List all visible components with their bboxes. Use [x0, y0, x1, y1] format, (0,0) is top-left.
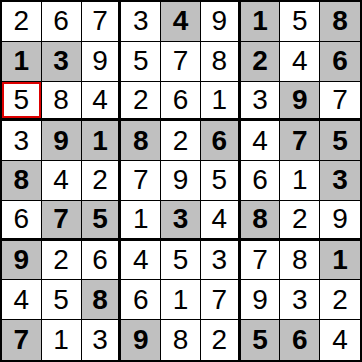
cell-r7c8[interactable]: 8: [280, 241, 320, 281]
cell-r1c8[interactable]: 5: [280, 2, 320, 42]
cell-r3c8[interactable]: 9: [280, 82, 320, 122]
cell-r6c9[interactable]: 9: [320, 201, 360, 241]
cell-r6c5[interactable]: 3: [161, 201, 201, 241]
cell-r9c6[interactable]: 2: [201, 320, 241, 360]
cell-r4c2[interactable]: 9: [42, 121, 82, 161]
cell-r2c4[interactable]: 5: [121, 42, 161, 82]
cell-r8c3[interactable]: 8: [82, 280, 122, 320]
cell-r7c9[interactable]: 1: [320, 241, 360, 281]
cell-r9c1[interactable]: 7: [2, 320, 42, 360]
cell-r9c5[interactable]: 8: [161, 320, 201, 360]
cell-r9c7[interactable]: 5: [241, 320, 281, 360]
cell-r7c5[interactable]: 5: [161, 241, 201, 281]
cell-r5c3[interactable]: 2: [82, 161, 122, 201]
cell-r5c9[interactable]: 3: [320, 161, 360, 201]
cell-r2c7[interactable]: 2: [241, 42, 281, 82]
cell-r5c6[interactable]: 5: [201, 161, 241, 201]
cell-r1c7[interactable]: 1: [241, 2, 281, 42]
cell-r4c8[interactable]: 7: [280, 121, 320, 161]
cell-r8c2[interactable]: 5: [42, 280, 82, 320]
cell-r5c1[interactable]: 8: [2, 161, 42, 201]
cell-r2c6[interactable]: 8: [201, 42, 241, 82]
cell-r4c4[interactable]: 8: [121, 121, 161, 161]
sudoku-app: 2673491581395782465842613973918264758427…: [0, 0, 362, 362]
cell-r5c4[interactable]: 7: [121, 161, 161, 201]
cell-r3c3[interactable]: 4: [82, 82, 122, 122]
cell-r9c4[interactable]: 9: [121, 320, 161, 360]
cell-r1c5[interactable]: 4: [161, 2, 201, 42]
cell-r1c9[interactable]: 8: [320, 2, 360, 42]
cell-r9c2[interactable]: 1: [42, 320, 82, 360]
cell-r3c5[interactable]: 6: [161, 82, 201, 122]
cell-r1c2[interactable]: 6: [42, 2, 82, 42]
cell-r2c3[interactable]: 9: [82, 42, 122, 82]
cell-r1c6[interactable]: 9: [201, 2, 241, 42]
cell-r7c1[interactable]: 9: [2, 241, 42, 281]
cell-r6c4[interactable]: 1: [121, 201, 161, 241]
cell-r3c9[interactable]: 7: [320, 82, 360, 122]
cell-r5c2[interactable]: 4: [42, 161, 82, 201]
cell-r4c5[interactable]: 2: [161, 121, 201, 161]
cell-r4c7[interactable]: 4: [241, 121, 281, 161]
cell-r9c9[interactable]: 4: [320, 320, 360, 360]
cell-r9c3[interactable]: 3: [82, 320, 122, 360]
cell-r8c9[interactable]: 2: [320, 280, 360, 320]
cell-r8c5[interactable]: 1: [161, 280, 201, 320]
cell-r5c8[interactable]: 1: [280, 161, 320, 201]
cell-r2c5[interactable]: 7: [161, 42, 201, 82]
cell-r9c8[interactable]: 6: [280, 320, 320, 360]
cell-r4c1[interactable]: 3: [2, 121, 42, 161]
cell-r3c7[interactable]: 3: [241, 82, 281, 122]
cell-r7c7[interactable]: 7: [241, 241, 281, 281]
cell-r6c2[interactable]: 7: [42, 201, 82, 241]
cell-r4c3[interactable]: 1: [82, 121, 122, 161]
cell-r6c3[interactable]: 5: [82, 201, 122, 241]
cell-r7c4[interactable]: 4: [121, 241, 161, 281]
cell-r6c8[interactable]: 2: [280, 201, 320, 241]
cell-r2c1[interactable]: 1: [2, 42, 42, 82]
cell-r6c6[interactable]: 4: [201, 201, 241, 241]
cell-r8c6[interactable]: 7: [201, 280, 241, 320]
cell-r1c3[interactable]: 7: [82, 2, 122, 42]
sudoku-board: 2673491581395782465842613973918264758427…: [0, 0, 362, 362]
cell-r4c6[interactable]: 6: [201, 121, 241, 161]
cell-r6c1[interactable]: 6: [2, 201, 42, 241]
cell-r1c4[interactable]: 3: [121, 2, 161, 42]
cell-r3c4[interactable]: 2: [121, 82, 161, 122]
cell-r8c8[interactable]: 3: [280, 280, 320, 320]
cell-r7c2[interactable]: 2: [42, 241, 82, 281]
cell-r2c9[interactable]: 6: [320, 42, 360, 82]
cell-r3c6[interactable]: 1: [201, 82, 241, 122]
cell-r4c9[interactable]: 5: [320, 121, 360, 161]
cell-r1c1[interactable]: 2: [2, 2, 42, 42]
cell-r7c6[interactable]: 3: [201, 241, 241, 281]
cell-r8c1[interactable]: 4: [2, 280, 42, 320]
cell-r2c8[interactable]: 4: [280, 42, 320, 82]
cell-r3c1[interactable]: 5: [2, 82, 42, 122]
cell-r8c4[interactable]: 6: [121, 280, 161, 320]
cell-r3c2[interactable]: 8: [42, 82, 82, 122]
cell-r2c2[interactable]: 3: [42, 42, 82, 82]
cell-r5c5[interactable]: 9: [161, 161, 201, 201]
cell-r6c7[interactable]: 8: [241, 201, 281, 241]
cell-r7c3[interactable]: 6: [82, 241, 122, 281]
cell-r8c7[interactable]: 9: [241, 280, 281, 320]
cell-r5c7[interactable]: 6: [241, 161, 281, 201]
